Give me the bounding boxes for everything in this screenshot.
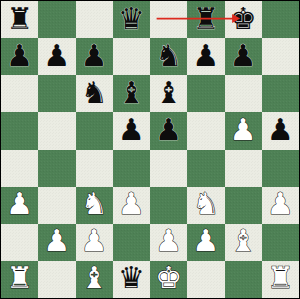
piece-black-bishop[interactable]: ♝ xyxy=(118,78,145,108)
piece-white-pawn[interactable]: ♟ xyxy=(81,226,108,256)
square-c5[interactable] xyxy=(76,112,113,149)
square-g5[interactable]: ♟ xyxy=(225,112,262,149)
square-d3[interactable]: ♟ xyxy=(113,187,150,224)
piece-black-king[interactable]: ♚ xyxy=(230,4,257,34)
piece-black-bishop[interactable]: ♝ xyxy=(155,78,182,108)
square-e1[interactable]: ♚ xyxy=(150,261,187,298)
square-e6[interactable]: ♝ xyxy=(150,75,187,112)
piece-white-pawn[interactable]: ♟ xyxy=(155,226,182,256)
piece-black-pawn[interactable]: ♟ xyxy=(6,41,33,71)
square-e2[interactable]: ♟ xyxy=(150,224,187,261)
square-h1[interactable]: ♜ xyxy=(262,261,299,298)
square-g2[interactable]: ♝ xyxy=(225,224,262,261)
piece-white-bishop[interactable]: ♝ xyxy=(81,263,108,293)
square-b5[interactable] xyxy=(38,112,75,149)
square-f5[interactable] xyxy=(187,112,224,149)
square-a2[interactable] xyxy=(1,224,38,261)
square-g1[interactable] xyxy=(225,261,262,298)
piece-white-bishop[interactable]: ♝ xyxy=(230,226,257,256)
square-b1[interactable] xyxy=(38,261,75,298)
piece-white-rook[interactable]: ♜ xyxy=(6,263,33,293)
piece-white-pawn[interactable]: ♟ xyxy=(118,189,145,219)
piece-black-pawn[interactable]: ♟ xyxy=(118,115,145,145)
square-f4[interactable] xyxy=(187,150,224,187)
square-h6[interactable] xyxy=(262,75,299,112)
piece-black-rook[interactable]: ♜ xyxy=(6,4,33,34)
square-e5[interactable]: ♟ xyxy=(150,112,187,149)
square-a6[interactable] xyxy=(1,75,38,112)
square-c7[interactable]: ♟ xyxy=(76,38,113,75)
square-e7[interactable]: ♞ xyxy=(150,38,187,75)
square-c3[interactable]: ♞ xyxy=(76,187,113,224)
square-g3[interactable] xyxy=(225,187,262,224)
square-c2[interactable]: ♟ xyxy=(76,224,113,261)
chess-board: ♜♛♜♚♟♟♟♞♟♟♞♝♝♟♟♟♟♟♞♟♞♟♟♟♟♟♝♜♝♛♚♜ xyxy=(0,0,300,299)
square-h4[interactable] xyxy=(262,150,299,187)
square-b8[interactable] xyxy=(38,1,75,38)
square-d8[interactable]: ♛ xyxy=(113,1,150,38)
square-g7[interactable]: ♟ xyxy=(225,38,262,75)
piece-black-rook[interactable]: ♜ xyxy=(192,4,219,34)
piece-white-pawn[interactable]: ♟ xyxy=(43,226,70,256)
square-c1[interactable]: ♝ xyxy=(76,261,113,298)
piece-black-pawn[interactable]: ♟ xyxy=(267,115,294,145)
square-e3[interactable] xyxy=(150,187,187,224)
piece-black-knight[interactable]: ♞ xyxy=(81,78,108,108)
square-h8[interactable] xyxy=(262,1,299,38)
square-h5[interactable]: ♟ xyxy=(262,112,299,149)
piece-white-king[interactable]: ♚ xyxy=(155,263,182,293)
square-g8[interactable]: ♚ xyxy=(225,1,262,38)
square-a4[interactable] xyxy=(1,150,38,187)
piece-white-knight[interactable]: ♞ xyxy=(81,189,108,219)
square-h7[interactable] xyxy=(262,38,299,75)
square-g6[interactable] xyxy=(225,75,262,112)
square-h3[interactable]: ♟ xyxy=(262,187,299,224)
square-b7[interactable]: ♟ xyxy=(38,38,75,75)
square-f7[interactable]: ♟ xyxy=(187,38,224,75)
square-a5[interactable] xyxy=(1,112,38,149)
square-c6[interactable]: ♞ xyxy=(76,75,113,112)
square-a1[interactable]: ♜ xyxy=(1,261,38,298)
square-b6[interactable] xyxy=(38,75,75,112)
square-e4[interactable] xyxy=(150,150,187,187)
square-d2[interactable] xyxy=(113,224,150,261)
piece-black-pawn[interactable]: ♟ xyxy=(43,41,70,71)
square-f1[interactable] xyxy=(187,261,224,298)
square-a7[interactable]: ♟ xyxy=(1,38,38,75)
piece-black-queen[interactable]: ♛ xyxy=(118,263,145,293)
square-f6[interactable] xyxy=(187,75,224,112)
piece-black-pawn[interactable]: ♟ xyxy=(192,41,219,71)
square-b2[interactable]: ♟ xyxy=(38,224,75,261)
square-c4[interactable] xyxy=(76,150,113,187)
piece-black-knight[interactable]: ♞ xyxy=(155,41,182,71)
piece-black-pawn[interactable]: ♟ xyxy=(81,41,108,71)
square-h2[interactable] xyxy=(262,224,299,261)
piece-black-queen[interactable]: ♛ xyxy=(118,4,145,34)
square-c8[interactable] xyxy=(76,1,113,38)
square-f2[interactable]: ♟ xyxy=(187,224,224,261)
square-a8[interactable]: ♜ xyxy=(1,1,38,38)
square-f3[interactable]: ♞ xyxy=(187,187,224,224)
square-d7[interactable] xyxy=(113,38,150,75)
piece-white-pawn[interactable]: ♟ xyxy=(6,189,33,219)
square-e8[interactable] xyxy=(150,1,187,38)
piece-white-pawn[interactable]: ♟ xyxy=(230,115,257,145)
piece-white-rook[interactable]: ♜ xyxy=(267,263,294,293)
square-d4[interactable] xyxy=(113,150,150,187)
piece-white-pawn[interactable]: ♟ xyxy=(192,226,219,256)
piece-white-knight[interactable]: ♞ xyxy=(192,189,219,219)
square-a3[interactable]: ♟ xyxy=(1,187,38,224)
square-f8[interactable]: ♜ xyxy=(187,1,224,38)
square-b3[interactable] xyxy=(38,187,75,224)
piece-black-pawn[interactable]: ♟ xyxy=(230,41,257,71)
square-d6[interactable]: ♝ xyxy=(113,75,150,112)
piece-white-pawn[interactable]: ♟ xyxy=(267,189,294,219)
square-b4[interactable] xyxy=(38,150,75,187)
square-d1[interactable]: ♛ xyxy=(113,261,150,298)
square-d5[interactable]: ♟ xyxy=(113,112,150,149)
square-g4[interactable] xyxy=(225,150,262,187)
piece-black-pawn[interactable]: ♟ xyxy=(155,115,182,145)
